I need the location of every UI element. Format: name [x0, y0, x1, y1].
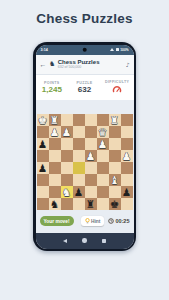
nav-home-icon[interactable] [82, 238, 87, 243]
square-r2c3[interactable] [73, 138, 85, 150]
square-r3c0[interactable] [37, 150, 49, 162]
square-r1c3[interactable] [73, 126, 85, 138]
app-bar-subtitle: 632 of 500,000 [58, 65, 100, 69]
status-icons: 100% [110, 48, 128, 52]
stat-difficulty: DIFFICULTY [101, 80, 134, 95]
board-footer: Your move! Hint 00:25 [36, 210, 134, 233]
square-r0c0[interactable]: ♚ [37, 114, 49, 126]
stat-puzzle: PUZZLE 632 [68, 81, 101, 94]
square-r1c1[interactable]: ♟ [49, 126, 61, 138]
square-r3c1[interactable] [49, 150, 61, 162]
square-r5c3[interactable] [73, 174, 85, 186]
clock-icon [108, 218, 114, 224]
square-r0c4[interactable] [85, 114, 97, 126]
square-r4c4[interactable] [85, 162, 97, 174]
page-title: Chess Puzzles [0, 0, 169, 26]
square-r2c1[interactable] [49, 138, 61, 150]
square-r4c6[interactable] [109, 162, 121, 174]
square-r0c2[interactable] [61, 114, 73, 126]
square-r1c5[interactable]: ♛ [97, 126, 109, 138]
square-r7c5[interactable] [97, 198, 109, 210]
square-r1c0[interactable] [37, 126, 49, 138]
square-r4c3[interactable] [73, 162, 85, 174]
square-r2c0[interactable]: ♟ [37, 138, 49, 150]
square-r1c4[interactable] [85, 126, 97, 138]
square-r6c3[interactable]: ♟ [73, 186, 85, 198]
stats-row: POINTS 1,245 PUZZLE 632 DIFFICULTY [36, 75, 134, 100]
battery-icon [116, 48, 119, 50]
knight-logo-icon: ♞ [49, 61, 55, 68]
difficulty-gauge-icon [112, 85, 122, 95]
phone-frame: 3:14 100% ← ♞ Chess Puzzles 632 of 500,0… [33, 42, 136, 251]
your-move-badge: Your move! [40, 216, 74, 226]
square-r1c2[interactable]: ♟ [61, 126, 73, 138]
app-bar-title: Chess Puzzles [58, 59, 100, 66]
board-top-gap [36, 100, 134, 114]
page: Chess Puzzles 3:14 100% ← ♞ Chess Puzzle… [0, 0, 169, 300]
sound-icon[interactable]: ♪ [126, 61, 130, 68]
square-r2c2[interactable] [61, 138, 73, 150]
square-r4c7[interactable] [121, 162, 133, 174]
square-r5c6[interactable]: ♝ [109, 174, 121, 186]
square-r4c2[interactable] [61, 162, 73, 174]
battery-percent: 100% [120, 48, 128, 52]
square-r4c1[interactable] [49, 162, 61, 174]
square-r7c2[interactable] [61, 198, 73, 210]
square-r1c7[interactable] [121, 126, 133, 138]
phone-screen: 3:14 100% ← ♞ Chess Puzzles 632 of 500,0… [36, 45, 134, 249]
square-r3c5[interactable] [97, 150, 109, 162]
nav-back-icon[interactable] [63, 239, 67, 243]
stat-points: POINTS 1,245 [36, 81, 69, 94]
square-r3c6[interactable] [109, 150, 121, 162]
square-r2c7[interactable] [121, 138, 133, 150]
square-r6c0[interactable] [37, 186, 49, 198]
square-r5c1[interactable] [49, 174, 61, 186]
square-r1c6[interactable] [109, 126, 121, 138]
square-r3c4[interactable]: ♟ [85, 150, 97, 162]
square-r7c4[interactable]: ♜ [85, 198, 97, 210]
square-r0c3[interactable] [73, 114, 85, 126]
camera-punch-hole [82, 47, 87, 52]
wifi-icon [110, 48, 114, 51]
puzzle-timer: 00:25 [108, 218, 130, 224]
square-r2c5[interactable]: ♟ [97, 138, 109, 150]
square-r0c6[interactable]: ♜ [109, 114, 121, 126]
square-r3c3[interactable] [73, 150, 85, 162]
puzzle-label: PUZZLE [76, 81, 92, 85]
lightbulb-icon [85, 218, 90, 224]
square-r4c0[interactable]: ♟ [37, 162, 49, 174]
square-r6c5[interactable] [97, 186, 109, 198]
puzzle-value: 632 [78, 86, 91, 94]
square-r5c5[interactable] [97, 174, 109, 186]
square-r7c0[interactable] [37, 198, 49, 210]
status-bar: 3:14 100% [36, 45, 134, 55]
timer-value: 00:25 [115, 218, 129, 224]
hint-button[interactable]: Hint [81, 216, 105, 226]
difficulty-label: DIFFICULTY [105, 80, 129, 84]
hint-label: Hint [91, 219, 100, 224]
square-r3c7[interactable]: ♟ [121, 150, 133, 162]
square-r6c4[interactable] [85, 186, 97, 198]
square-r2c6[interactable] [109, 138, 121, 150]
square-r7c1[interactable]: ♞ [49, 198, 61, 210]
back-arrow-icon[interactable]: ← [40, 61, 47, 68]
square-r7c3[interactable] [73, 198, 85, 210]
square-r0c1[interactable]: ♜ [49, 114, 61, 126]
status-time: 3:14 [41, 48, 48, 52]
chess-board: ♚♜♜♟♟♛♟♟♟♟♟♝♞♟♟♞♜♚ [37, 114, 133, 210]
android-nav-bar [36, 233, 134, 249]
app-bar-titles: Chess Puzzles 632 of 500,000 [58, 59, 100, 70]
square-r0c5[interactable] [97, 114, 109, 126]
square-r7c7[interactable] [121, 198, 133, 210]
points-label: POINTS [44, 81, 59, 85]
nav-recents-icon[interactable] [102, 239, 106, 243]
points-value: 1,245 [42, 86, 62, 94]
square-r6c2[interactable]: ♞ [61, 186, 73, 198]
app-bar: ← ♞ Chess Puzzles 632 of 500,000 ♪ [36, 55, 134, 75]
square-r6c6[interactable] [109, 186, 121, 198]
square-r2c4[interactable] [85, 138, 97, 150]
square-r7c6[interactable]: ♚ [109, 198, 121, 210]
square-r6c1[interactable] [49, 186, 61, 198]
square-r5c0[interactable] [37, 174, 49, 186]
square-r6c7[interactable]: ♟ [121, 186, 133, 198]
square-r4c5[interactable] [97, 162, 109, 174]
square-r5c4[interactable] [85, 174, 97, 186]
square-r3c2[interactable] [61, 150, 73, 162]
square-r5c7[interactable] [121, 174, 133, 186]
square-r5c2[interactable] [61, 174, 73, 186]
square-r0c7[interactable] [121, 114, 133, 126]
